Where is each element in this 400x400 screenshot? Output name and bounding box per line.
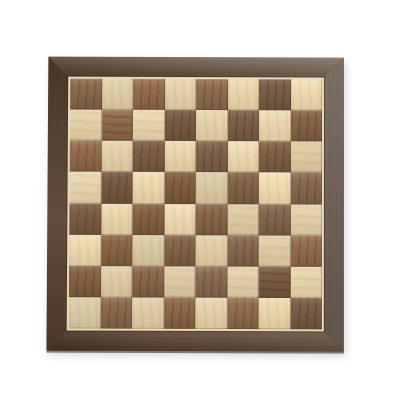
square-r1c3[interactable] bbox=[133, 79, 165, 110]
square-r7c4[interactable] bbox=[164, 266, 196, 297]
square-r4c1[interactable] bbox=[69, 172, 101, 203]
square-r5c6[interactable] bbox=[227, 204, 259, 235]
square-r8c4[interactable] bbox=[164, 297, 196, 328]
square-r6c7[interactable] bbox=[259, 235, 291, 266]
square-r6c8[interactable] bbox=[290, 235, 322, 266]
square-r5c5[interactable] bbox=[196, 204, 228, 235]
square-r3c1[interactable] bbox=[70, 141, 102, 172]
square-r4c5[interactable] bbox=[196, 172, 228, 203]
square-r4c4[interactable] bbox=[164, 172, 196, 203]
square-r4c7[interactable] bbox=[259, 173, 291, 204]
square-r8c7[interactable] bbox=[259, 298, 291, 329]
square-r8c3[interactable] bbox=[132, 297, 164, 328]
square-r1c6[interactable] bbox=[228, 79, 260, 110]
square-r5c7[interactable] bbox=[259, 204, 291, 235]
square-r5c1[interactable] bbox=[69, 203, 101, 234]
board-inlay-border bbox=[67, 77, 324, 332]
square-r3c5[interactable] bbox=[196, 141, 228, 172]
square-r7c7[interactable] bbox=[259, 266, 291, 297]
board-frame-right bbox=[324, 58, 344, 352]
square-r3c3[interactable] bbox=[133, 141, 165, 172]
square-r6c4[interactable] bbox=[164, 235, 196, 266]
square-r3c2[interactable] bbox=[101, 141, 133, 172]
square-r6c3[interactable] bbox=[132, 235, 164, 266]
square-r3c6[interactable] bbox=[227, 141, 259, 172]
square-r4c8[interactable] bbox=[290, 173, 322, 204]
square-r7c2[interactable] bbox=[100, 266, 132, 297]
square-r1c2[interactable] bbox=[102, 79, 134, 110]
square-r2c3[interactable] bbox=[133, 110, 165, 141]
square-r3c8[interactable] bbox=[290, 142, 322, 173]
square-r2c5[interactable] bbox=[196, 110, 228, 141]
square-r1c4[interactable] bbox=[165, 79, 197, 110]
square-r7c5[interactable] bbox=[195, 266, 227, 297]
board-grid bbox=[69, 79, 322, 330]
square-r2c8[interactable] bbox=[290, 110, 322, 141]
square-r5c3[interactable] bbox=[132, 203, 164, 234]
square-r8c2[interactable] bbox=[100, 297, 132, 328]
square-r3c7[interactable] bbox=[259, 141, 291, 172]
square-r8c8[interactable] bbox=[290, 298, 322, 329]
square-r3c4[interactable] bbox=[164, 141, 196, 172]
square-r8c5[interactable] bbox=[195, 298, 227, 329]
square-r1c7[interactable] bbox=[259, 79, 291, 110]
square-r7c6[interactable] bbox=[227, 266, 259, 297]
square-r2c1[interactable] bbox=[70, 110, 102, 141]
square-r6c6[interactable] bbox=[227, 235, 259, 266]
square-r6c2[interactable] bbox=[101, 235, 133, 266]
square-r8c1[interactable] bbox=[69, 297, 101, 328]
square-r7c3[interactable] bbox=[132, 266, 164, 297]
square-r2c2[interactable] bbox=[101, 110, 133, 141]
square-r2c7[interactable] bbox=[259, 110, 291, 141]
board-frame-bottom bbox=[46, 330, 344, 351]
chess-board bbox=[46, 57, 344, 352]
square-r5c4[interactable] bbox=[164, 204, 196, 235]
square-r2c6[interactable] bbox=[227, 110, 259, 141]
square-r6c5[interactable] bbox=[195, 235, 227, 266]
square-r5c2[interactable] bbox=[101, 203, 133, 234]
square-r1c5[interactable] bbox=[196, 79, 228, 110]
board-frame-left bbox=[46, 57, 68, 351]
square-r1c1[interactable] bbox=[70, 79, 102, 110]
square-r7c1[interactable] bbox=[69, 266, 101, 297]
square-r4c6[interactable] bbox=[227, 173, 259, 204]
square-r7c8[interactable] bbox=[290, 267, 322, 298]
square-r2c4[interactable] bbox=[164, 110, 196, 141]
square-r6c1[interactable] bbox=[69, 234, 101, 265]
square-r4c2[interactable] bbox=[101, 172, 133, 203]
square-r4c3[interactable] bbox=[133, 172, 165, 203]
product-photo-background bbox=[0, 0, 400, 400]
square-r5c8[interactable] bbox=[290, 204, 322, 235]
square-r1c8[interactable] bbox=[291, 79, 323, 110]
square-r8c6[interactable] bbox=[227, 298, 259, 329]
board-frame-top bbox=[48, 57, 344, 78]
